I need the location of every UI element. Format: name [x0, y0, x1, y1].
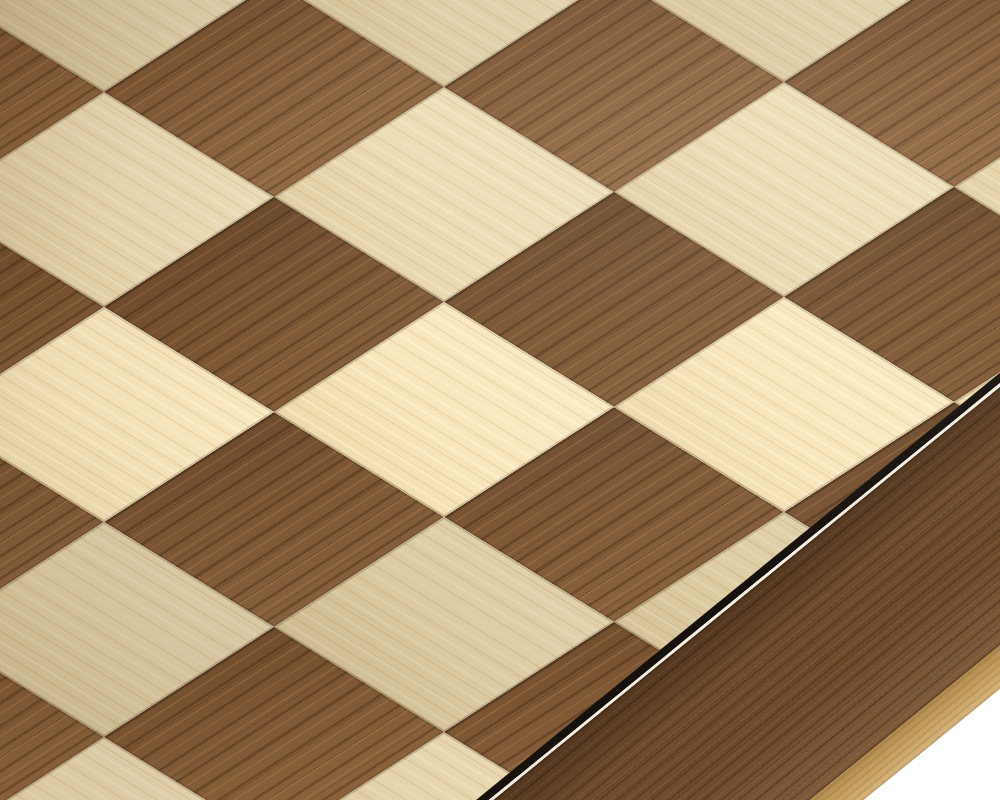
board-photo-scene — [0, 0, 1000, 800]
